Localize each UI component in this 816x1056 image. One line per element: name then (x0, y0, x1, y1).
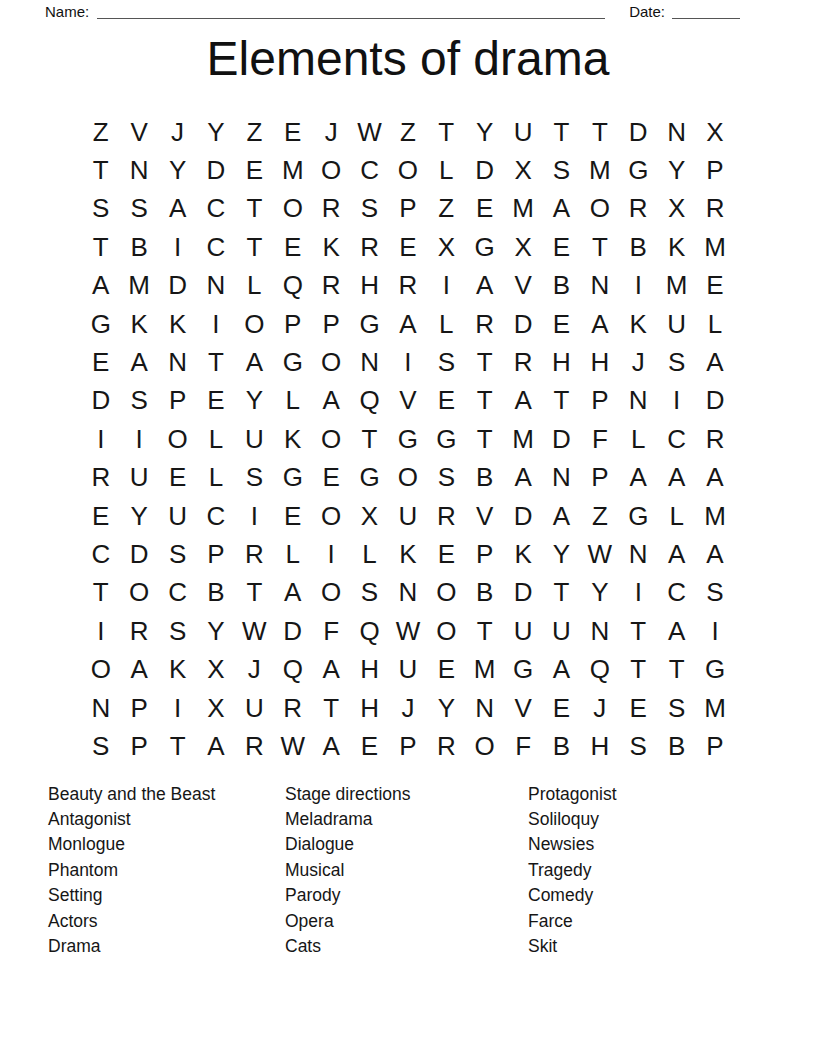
grid-cell: J (235, 650, 273, 688)
grid-cell: T (581, 113, 619, 151)
word-item: Dialogue (285, 832, 528, 857)
grid-cell: T (542, 113, 580, 151)
grid-cell: M (657, 267, 695, 305)
grid-cell: R (274, 689, 312, 727)
grid-cell: A (312, 382, 350, 420)
grid-cell: Y (427, 689, 465, 727)
grid-cell: B (542, 267, 580, 305)
grid-cell: A (120, 650, 158, 688)
grid-cell: Z (581, 497, 619, 535)
grid-cell: U (235, 689, 273, 727)
grid-cell: T (235, 190, 273, 228)
grid-cell: C (197, 228, 235, 266)
grid-cell: A (312, 650, 350, 688)
grid-cell: O (427, 612, 465, 650)
grid-cell: M (504, 190, 542, 228)
grid-cell: V (389, 382, 427, 420)
grid-cell: T (350, 420, 388, 458)
word-item: Comedy (528, 883, 617, 908)
grid-cell: Y (466, 113, 504, 151)
grid-cell: E (696, 267, 734, 305)
grid-cell: Y (120, 497, 158, 535)
grid-cell: I (657, 382, 695, 420)
grid-cell: L (657, 497, 695, 535)
grid-cell: S (696, 574, 734, 612)
grid-cell: V (504, 689, 542, 727)
word-list-column: Beauty and the BeastAntagonistMonloguePh… (48, 782, 285, 960)
grid-cell: G (466, 228, 504, 266)
grid-cell: G (274, 459, 312, 497)
grid-cell: A (197, 727, 235, 765)
grid-cell: O (427, 574, 465, 612)
word-item: Musical (285, 858, 528, 883)
grid-cell: E (427, 535, 465, 573)
grid-cell: E (619, 689, 657, 727)
grid-cell: J (158, 113, 196, 151)
grid-cell: O (312, 343, 350, 381)
grid-cell: T (235, 574, 273, 612)
grid-cell: F (312, 612, 350, 650)
grid-cell: S (350, 574, 388, 612)
grid-cell: I (619, 267, 657, 305)
grid-cell: R (82, 459, 120, 497)
grid-cell: R (696, 420, 734, 458)
grid-cell: T (235, 228, 273, 266)
grid-cell: O (120, 574, 158, 612)
grid-cell: D (504, 574, 542, 612)
grid-cell: O (312, 151, 350, 189)
grid-cell: A (504, 459, 542, 497)
grid-cell: Y (197, 113, 235, 151)
grid-cell: E (542, 689, 580, 727)
grid-cell: S (657, 689, 695, 727)
grid-cell: A (274, 574, 312, 612)
grid-cell: A (312, 727, 350, 765)
grid-cell: I (696, 612, 734, 650)
grid-cell: E (82, 343, 120, 381)
grid-cell: S (542, 151, 580, 189)
grid-cell: S (158, 535, 196, 573)
grid-cell: O (312, 420, 350, 458)
grid-cell: R (696, 190, 734, 228)
grid-cell: X (696, 113, 734, 151)
grid-cell: T (466, 612, 504, 650)
grid-cell: I (389, 343, 427, 381)
grid-cell: B (542, 727, 580, 765)
grid-cell: D (504, 497, 542, 535)
grid-cell: W (274, 727, 312, 765)
grid-cell: A (542, 190, 580, 228)
grid-cell: K (312, 228, 350, 266)
grid-cell: H (581, 727, 619, 765)
grid-cell: C (350, 151, 388, 189)
grid-cell: O (274, 190, 312, 228)
grid-cell: K (158, 305, 196, 343)
grid-cell: G (696, 650, 734, 688)
word-item: Monlogue (48, 832, 285, 857)
grid-cell: I (158, 689, 196, 727)
grid-cell: T (466, 382, 504, 420)
grid-cell: U (158, 497, 196, 535)
grid-cell: K (158, 650, 196, 688)
word-item: Cats (285, 934, 528, 959)
word-list-column: ProtagonistSoliloquyNewsiesTragedyComedy… (528, 782, 617, 960)
grid-cell: V (504, 267, 542, 305)
grid-cell: N (466, 689, 504, 727)
grid-cell: Q (274, 267, 312, 305)
grid-cell: U (504, 113, 542, 151)
grid-cell: X (504, 151, 542, 189)
grid-cell: H (350, 689, 388, 727)
grid-cell: J (619, 343, 657, 381)
grid-cell: O (581, 190, 619, 228)
grid-cell: D (619, 113, 657, 151)
grid-cell: G (82, 305, 120, 343)
grid-cell: R (235, 535, 273, 573)
word-item: Farce (528, 909, 617, 934)
grid-cell: D (197, 151, 235, 189)
grid-cell: U (120, 459, 158, 497)
grid-cell: L (619, 420, 657, 458)
header: Name: Date: (0, 0, 816, 20)
worksheet-page: Name: Date: Elements of drama ZVJYZEJWZT… (0, 0, 816, 959)
grid-cell: Y (197, 612, 235, 650)
word-item: Antagonist (48, 807, 285, 832)
grid-cell: E (82, 497, 120, 535)
grid-cell: G (389, 420, 427, 458)
grid-cell: Q (274, 650, 312, 688)
grid-cell: R (312, 267, 350, 305)
grid-cell: P (312, 305, 350, 343)
grid-cell: A (542, 650, 580, 688)
grid-cell: L (427, 305, 465, 343)
grid-cell: D (542, 420, 580, 458)
grid-cell: E (466, 190, 504, 228)
grid-cell: Y (581, 574, 619, 612)
grid-cell: R (235, 727, 273, 765)
grid-cell: C (197, 497, 235, 535)
grid-cell: A (158, 190, 196, 228)
grid-cell: I (120, 420, 158, 458)
grid-cell: P (389, 190, 427, 228)
grid-cell: U (504, 612, 542, 650)
grid-cell: N (619, 382, 657, 420)
grid-cell: M (581, 151, 619, 189)
grid-cell: A (389, 305, 427, 343)
grid-cell: R (619, 190, 657, 228)
grid-cell: B (120, 228, 158, 266)
grid-cell: N (581, 267, 619, 305)
word-item: Parody (285, 883, 528, 908)
word-item: Meladrama (285, 807, 528, 832)
grid-cell: A (696, 535, 734, 573)
grid-cell: T (657, 650, 695, 688)
grid-cell: S (120, 382, 158, 420)
grid-cell: J (389, 689, 427, 727)
grid-cell: G (427, 420, 465, 458)
grid-cell: E (235, 151, 273, 189)
grid-cell: T (427, 113, 465, 151)
grid-cell: P (197, 535, 235, 573)
grid-cell: L (197, 459, 235, 497)
grid-cell: G (350, 459, 388, 497)
grid-cell: A (82, 267, 120, 305)
grid-cell: V (466, 497, 504, 535)
grid-cell: Y (542, 535, 580, 573)
grid-cell: P (696, 727, 734, 765)
grid-cell: A (657, 459, 695, 497)
grid-cell: A (657, 535, 695, 573)
grid-cell: H (581, 343, 619, 381)
word-item: Stage directions (285, 782, 528, 807)
grid-cell: C (657, 574, 695, 612)
grid-cell: A (619, 459, 657, 497)
grid-cell: Q (581, 650, 619, 688)
grid-cell: D (274, 612, 312, 650)
grid-cell: P (581, 382, 619, 420)
grid-cell: L (274, 382, 312, 420)
grid-cell: C (82, 535, 120, 573)
grid-cell: T (466, 420, 504, 458)
grid-cell: P (274, 305, 312, 343)
grid-cell: M (696, 497, 734, 535)
grid-cell: I (235, 497, 273, 535)
grid-cell: U (657, 305, 695, 343)
grid-cell: O (312, 574, 350, 612)
grid-cell: L (350, 535, 388, 573)
grid-cell: H (542, 343, 580, 381)
grid-cell: S (158, 612, 196, 650)
grid-cell: D (504, 305, 542, 343)
grid-cell: B (466, 574, 504, 612)
grid-cell: E (158, 459, 196, 497)
grid-cell: O (312, 497, 350, 535)
grid-cell: X (197, 689, 235, 727)
grid-cell: G (619, 497, 657, 535)
grid-cell: A (504, 382, 542, 420)
grid-cell: E (427, 382, 465, 420)
grid-cell: Z (389, 113, 427, 151)
grid-cell: O (389, 151, 427, 189)
grid-cell: F (581, 420, 619, 458)
grid-cell: A (235, 343, 273, 381)
grid-cell: C (197, 190, 235, 228)
grid-cell: S (619, 727, 657, 765)
grid-cell: L (235, 267, 273, 305)
grid-cell: X (427, 228, 465, 266)
word-item: Opera (285, 909, 528, 934)
grid-cell: E (312, 459, 350, 497)
word-list: Beauty and the BeastAntagonistMonloguePh… (0, 782, 816, 960)
grid-cell: O (389, 459, 427, 497)
grid-cell: J (581, 689, 619, 727)
grid-cell: C (657, 420, 695, 458)
grid-cell: P (120, 689, 158, 727)
grid-cell: W (389, 612, 427, 650)
grid-cell: G (350, 305, 388, 343)
grid-cell: R (466, 305, 504, 343)
grid-cell: I (158, 228, 196, 266)
grid-cell: Z (427, 190, 465, 228)
grid-cell: N (581, 612, 619, 650)
word-item: Soliloquy (528, 807, 617, 832)
grid-cell: B (657, 727, 695, 765)
grid-cell: E (274, 497, 312, 535)
grid-cell: E (542, 305, 580, 343)
grid-cell: Z (235, 113, 273, 151)
grid-cell: R (504, 343, 542, 381)
grid-cell: M (696, 689, 734, 727)
grid-cell: I (427, 267, 465, 305)
grid-cell: T (466, 343, 504, 381)
grid-cell: I (312, 535, 350, 573)
grid-cell: R (350, 228, 388, 266)
grid-cell: P (120, 727, 158, 765)
grid-cell: T (542, 574, 580, 612)
grid-cell: T (197, 343, 235, 381)
grid-cell: M (504, 420, 542, 458)
grid-cell: D (82, 382, 120, 420)
name-label: Name: (45, 4, 89, 20)
grid-cell: Q (350, 382, 388, 420)
grid-cell: U (542, 612, 580, 650)
grid-cell: I (82, 420, 120, 458)
word-item: Tragedy (528, 858, 617, 883)
grid-cell: K (619, 305, 657, 343)
date-fill-line (672, 4, 740, 19)
grid-cell: S (82, 727, 120, 765)
grid-cell: T (82, 151, 120, 189)
grid-cell: S (657, 343, 695, 381)
grid-cell: W (350, 113, 388, 151)
grid-cell: I (197, 305, 235, 343)
grid-cell: T (312, 689, 350, 727)
grid-cell: J (312, 113, 350, 151)
grid-cell: E (197, 382, 235, 420)
grid-cell: N (542, 459, 580, 497)
grid-cell: X (350, 497, 388, 535)
grid-cell: L (197, 420, 235, 458)
word-item: Setting (48, 883, 285, 908)
grid-cell: T (82, 228, 120, 266)
grid-cell: P (696, 151, 734, 189)
grid-cell: T (619, 650, 657, 688)
grid-cell: S (427, 459, 465, 497)
grid-cell: N (389, 574, 427, 612)
grid-cell: N (657, 113, 695, 151)
grid-cell: X (504, 228, 542, 266)
grid-cell: N (158, 343, 196, 381)
grid-cell: F (504, 727, 542, 765)
grid-cell: M (120, 267, 158, 305)
grid-cell: P (466, 535, 504, 573)
grid-cell: K (274, 420, 312, 458)
grid-cell: E (274, 113, 312, 151)
grid-cell: R (427, 727, 465, 765)
grid-cell: R (427, 497, 465, 535)
grid-cell: R (312, 190, 350, 228)
date-label: Date: (629, 4, 665, 20)
grid-cell: Q (350, 612, 388, 650)
grid-cell: X (197, 650, 235, 688)
grid-cell: O (466, 727, 504, 765)
grid-cell: C (158, 574, 196, 612)
grid-cell: O (82, 650, 120, 688)
grid-cell: T (542, 382, 580, 420)
grid-cell: O (158, 420, 196, 458)
grid-cell: N (120, 151, 158, 189)
word-item: Newsies (528, 832, 617, 857)
grid-cell: A (657, 612, 695, 650)
grid-cell: T (619, 612, 657, 650)
letter-grid: ZVJYZEJWZTYUTTDNXTNYDEMOCOLDXSMGYPSSACTO… (82, 113, 735, 766)
grid-cell: A (120, 343, 158, 381)
grid-cell: S (235, 459, 273, 497)
grid-cell: X (657, 190, 695, 228)
grid-cell: P (158, 382, 196, 420)
grid-cell: E (350, 727, 388, 765)
grid-cell: V (120, 113, 158, 151)
grid-cell: H (350, 267, 388, 305)
grid-cell: W (581, 535, 619, 573)
grid-cell: S (82, 190, 120, 228)
grid-cell: K (120, 305, 158, 343)
grid-cell: D (120, 535, 158, 573)
grid-cell: U (389, 497, 427, 535)
word-item: Drama (48, 934, 285, 959)
name-fill-line (97, 4, 605, 19)
grid-cell: S (120, 190, 158, 228)
grid-cell: U (389, 650, 427, 688)
grid-cell: M (466, 650, 504, 688)
grid-cell: B (466, 459, 504, 497)
grid-cell: T (82, 574, 120, 612)
grid-cell: O (235, 305, 273, 343)
grid-cell: A (542, 497, 580, 535)
grid-cell: L (427, 151, 465, 189)
word-list-column: Stage directionsMeladramaDialogueMusical… (285, 782, 528, 960)
grid-cell: N (350, 343, 388, 381)
grid-cell: G (619, 151, 657, 189)
grid-cell: L (274, 535, 312, 573)
word-item: Beauty and the Beast (48, 782, 285, 807)
grid-cell: Y (657, 151, 695, 189)
grid-cell: N (82, 689, 120, 727)
grid-cell: K (657, 228, 695, 266)
grid-cell: E (427, 650, 465, 688)
grid-cell: M (274, 151, 312, 189)
grid-cell: D (466, 151, 504, 189)
grid-cell: U (235, 420, 273, 458)
grid-cell: Z (82, 113, 120, 151)
grid-cell: B (619, 228, 657, 266)
word-item: Actors (48, 909, 285, 934)
grid-cell: A (581, 305, 619, 343)
grid-cell: S (350, 190, 388, 228)
word-item: Skit (528, 934, 617, 959)
grid-cell: W (235, 612, 273, 650)
grid-cell: G (504, 650, 542, 688)
grid-cell: K (504, 535, 542, 573)
grid-cell: N (619, 535, 657, 573)
grid-cell: A (696, 459, 734, 497)
grid-cell: G (274, 343, 312, 381)
grid-cell: E (389, 228, 427, 266)
grid-cell: P (581, 459, 619, 497)
grid-cell: Y (158, 151, 196, 189)
grid-cell: A (696, 343, 734, 381)
grid-cell: D (158, 267, 196, 305)
